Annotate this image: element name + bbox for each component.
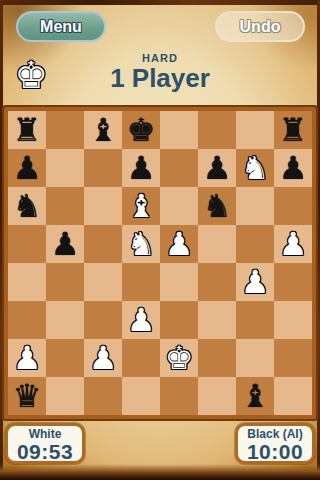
square-b5[interactable]: ♟ [46, 225, 84, 263]
square-f4[interactable] [198, 263, 236, 301]
square-h8[interactable]: ♜ [274, 111, 312, 149]
square-h5[interactable]: ♟ [274, 225, 312, 263]
square-a5[interactable] [8, 225, 46, 263]
undo-button[interactable]: Undo [215, 11, 305, 42]
piece-bk-d8: ♚ [122, 111, 160, 149]
square-b6[interactable] [46, 187, 84, 225]
square-b1[interactable] [46, 377, 84, 415]
square-d8[interactable]: ♚ [122, 111, 160, 149]
square-c2[interactable]: ♟ [84, 339, 122, 377]
square-f2[interactable] [198, 339, 236, 377]
square-e7[interactable] [160, 149, 198, 187]
square-d7[interactable]: ♟ [122, 149, 160, 187]
square-d6[interactable]: ♝ [122, 187, 160, 225]
square-d4[interactable] [122, 263, 160, 301]
square-d2[interactable] [122, 339, 160, 377]
app-screen: Menu Undo ♚ HARD 1 Player ♜♝♚♜♟♟♟♞♟♞♝♞♟♞… [0, 0, 320, 480]
piece-bn-a6: ♞ [8, 187, 46, 225]
black-clock: Black (AI) 10:00 [235, 423, 315, 464]
white-clock: White 09:53 [5, 423, 85, 464]
square-g6[interactable] [236, 187, 274, 225]
square-g7[interactable]: ♞ [236, 149, 274, 187]
square-c8[interactable]: ♝ [84, 111, 122, 149]
piece-bp-d7: ♟ [122, 149, 160, 187]
game-mode-label: 1 Player [0, 63, 320, 94]
piece-bp-f7: ♟ [198, 149, 236, 187]
square-a4[interactable] [8, 263, 46, 301]
chess-board-frame: ♜♝♚♜♟♟♟♞♟♞♝♞♟♞♟♟♟♟♟♟♚♛♝ [2, 105, 318, 421]
square-h2[interactable] [274, 339, 312, 377]
square-f3[interactable] [198, 301, 236, 339]
square-g4[interactable]: ♟ [236, 263, 274, 301]
piece-wp-g4: ♟ [236, 263, 274, 301]
piece-wp-a2: ♟ [8, 339, 46, 377]
square-g8[interactable] [236, 111, 274, 149]
square-f1[interactable] [198, 377, 236, 415]
square-c4[interactable] [84, 263, 122, 301]
square-d3[interactable]: ♟ [122, 301, 160, 339]
piece-wp-h5: ♟ [274, 225, 312, 263]
piece-bp-b5: ♟ [46, 225, 84, 263]
square-a2[interactable]: ♟ [8, 339, 46, 377]
piece-wp-d3: ♟ [122, 301, 160, 339]
square-c3[interactable] [84, 301, 122, 339]
piece-bn-f6: ♞ [198, 187, 236, 225]
square-f8[interactable] [198, 111, 236, 149]
piece-wp-e5: ♟ [160, 225, 198, 263]
square-e2[interactable]: ♚ [160, 339, 198, 377]
black-clock-time: 10:00 [238, 441, 312, 462]
piece-wk-e2: ♚ [160, 339, 198, 377]
square-a3[interactable] [8, 301, 46, 339]
piece-wb-d6: ♝ [122, 187, 160, 225]
piece-bb-g1: ♝ [236, 377, 274, 415]
square-g1[interactable]: ♝ [236, 377, 274, 415]
square-a1[interactable]: ♛ [8, 377, 46, 415]
square-c6[interactable] [84, 187, 122, 225]
square-h1[interactable] [274, 377, 312, 415]
piece-bp-h7: ♟ [274, 149, 312, 187]
square-e6[interactable] [160, 187, 198, 225]
square-e8[interactable] [160, 111, 198, 149]
chess-board: ♜♝♚♜♟♟♟♞♟♞♝♞♟♞♟♟♟♟♟♟♚♛♝ [8, 111, 312, 415]
square-f6[interactable]: ♞ [198, 187, 236, 225]
square-b3[interactable] [46, 301, 84, 339]
square-a6[interactable]: ♞ [8, 187, 46, 225]
square-e1[interactable] [160, 377, 198, 415]
burnt-edge-bottom [0, 464, 320, 480]
square-b2[interactable] [46, 339, 84, 377]
square-f5[interactable] [198, 225, 236, 263]
piece-bb-c8: ♝ [84, 111, 122, 149]
square-g5[interactable] [236, 225, 274, 263]
piece-wn-g7: ♞ [236, 149, 274, 187]
square-b4[interactable] [46, 263, 84, 301]
white-clock-time: 09:53 [8, 441, 82, 462]
square-h4[interactable] [274, 263, 312, 301]
burnt-edge-top [0, 0, 320, 5]
square-h3[interactable] [274, 301, 312, 339]
piece-wn-d5: ♞ [122, 225, 160, 263]
piece-wp-c2: ♟ [84, 339, 122, 377]
piece-br-h8: ♜ [274, 111, 312, 149]
square-g3[interactable] [236, 301, 274, 339]
square-a7[interactable]: ♟ [8, 149, 46, 187]
menu-button[interactable]: Menu [16, 11, 106, 42]
square-c7[interactable] [84, 149, 122, 187]
square-d1[interactable] [122, 377, 160, 415]
square-e5[interactable]: ♟ [160, 225, 198, 263]
piece-br-a8: ♜ [8, 111, 46, 149]
square-e4[interactable] [160, 263, 198, 301]
square-a8[interactable]: ♜ [8, 111, 46, 149]
square-h7[interactable]: ♟ [274, 149, 312, 187]
square-h6[interactable] [274, 187, 312, 225]
square-d5[interactable]: ♞ [122, 225, 160, 263]
square-f7[interactable]: ♟ [198, 149, 236, 187]
square-g2[interactable] [236, 339, 274, 377]
square-c1[interactable] [84, 377, 122, 415]
square-b7[interactable] [46, 149, 84, 187]
piece-bp-a7: ♟ [8, 149, 46, 187]
square-c5[interactable] [84, 225, 122, 263]
square-e3[interactable] [160, 301, 198, 339]
piece-bq-a1: ♛ [8, 377, 46, 415]
square-b8[interactable] [46, 111, 84, 149]
